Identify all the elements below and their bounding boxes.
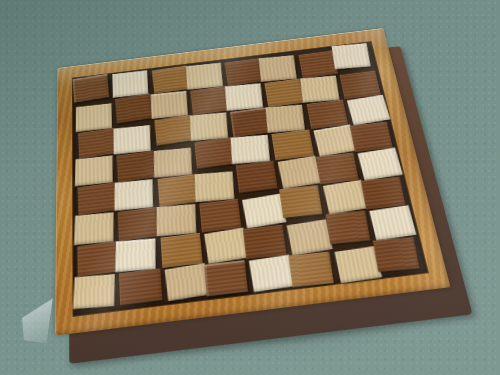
square-d8 (186, 63, 223, 90)
board-frame (55, 28, 451, 336)
square-g7 (300, 76, 340, 103)
square-b5 (117, 150, 157, 182)
square-d3 (199, 199, 241, 233)
square-f7 (264, 78, 304, 107)
square-a5 (75, 156, 113, 187)
square-b1 (119, 269, 161, 306)
square-c5 (153, 148, 192, 178)
square-d2 (204, 228, 249, 265)
square-a2 (77, 241, 118, 277)
square-g4 (315, 153, 358, 185)
square-e4 (236, 161, 278, 193)
square-c4 (157, 174, 198, 207)
square-b4 (115, 179, 154, 210)
square-e7 (225, 83, 263, 111)
checkerboard-grid (72, 41, 429, 317)
square-h2 (369, 205, 416, 240)
square-b3 (118, 207, 159, 241)
shrinkwrap-corner (19, 294, 53, 343)
square-f8 (259, 55, 297, 82)
square-b6 (114, 125, 151, 154)
square-g2 (325, 211, 370, 245)
square-a4 (78, 182, 118, 215)
square-c1 (164, 263, 209, 301)
square-d1 (204, 260, 248, 296)
square-h1 (373, 237, 420, 272)
square-f1 (289, 252, 335, 288)
square-c7 (150, 91, 187, 119)
square-h3 (361, 177, 406, 209)
photo-background (0, 0, 500, 375)
square-c8 (151, 65, 189, 94)
square-e2 (243, 225, 287, 260)
square-e6 (230, 107, 271, 137)
square-d7 (190, 86, 229, 115)
square-g6 (306, 100, 348, 130)
square-f3 (279, 185, 323, 218)
square-d6 (190, 112, 228, 141)
square-a6 (78, 128, 116, 159)
square-d4 (194, 171, 234, 202)
square-c6 (154, 115, 193, 146)
square-d5 (194, 137, 235, 168)
square-h6 (347, 95, 391, 126)
square-f5 (272, 130, 314, 161)
square-a8 (72, 74, 109, 103)
square-h5 (349, 122, 392, 152)
square-h4 (357, 148, 403, 181)
square-a7 (76, 103, 112, 132)
square-a1 (73, 274, 115, 309)
square-a3 (74, 212, 114, 245)
square-b2 (116, 238, 157, 272)
square-c3 (156, 204, 196, 236)
square-f6 (266, 105, 306, 133)
square-e8 (224, 58, 263, 86)
puzzle-board (55, 28, 451, 336)
square-e5 (231, 135, 271, 165)
square-b7 (115, 94, 153, 124)
square-h8 (331, 43, 370, 69)
square-c2 (160, 233, 202, 268)
